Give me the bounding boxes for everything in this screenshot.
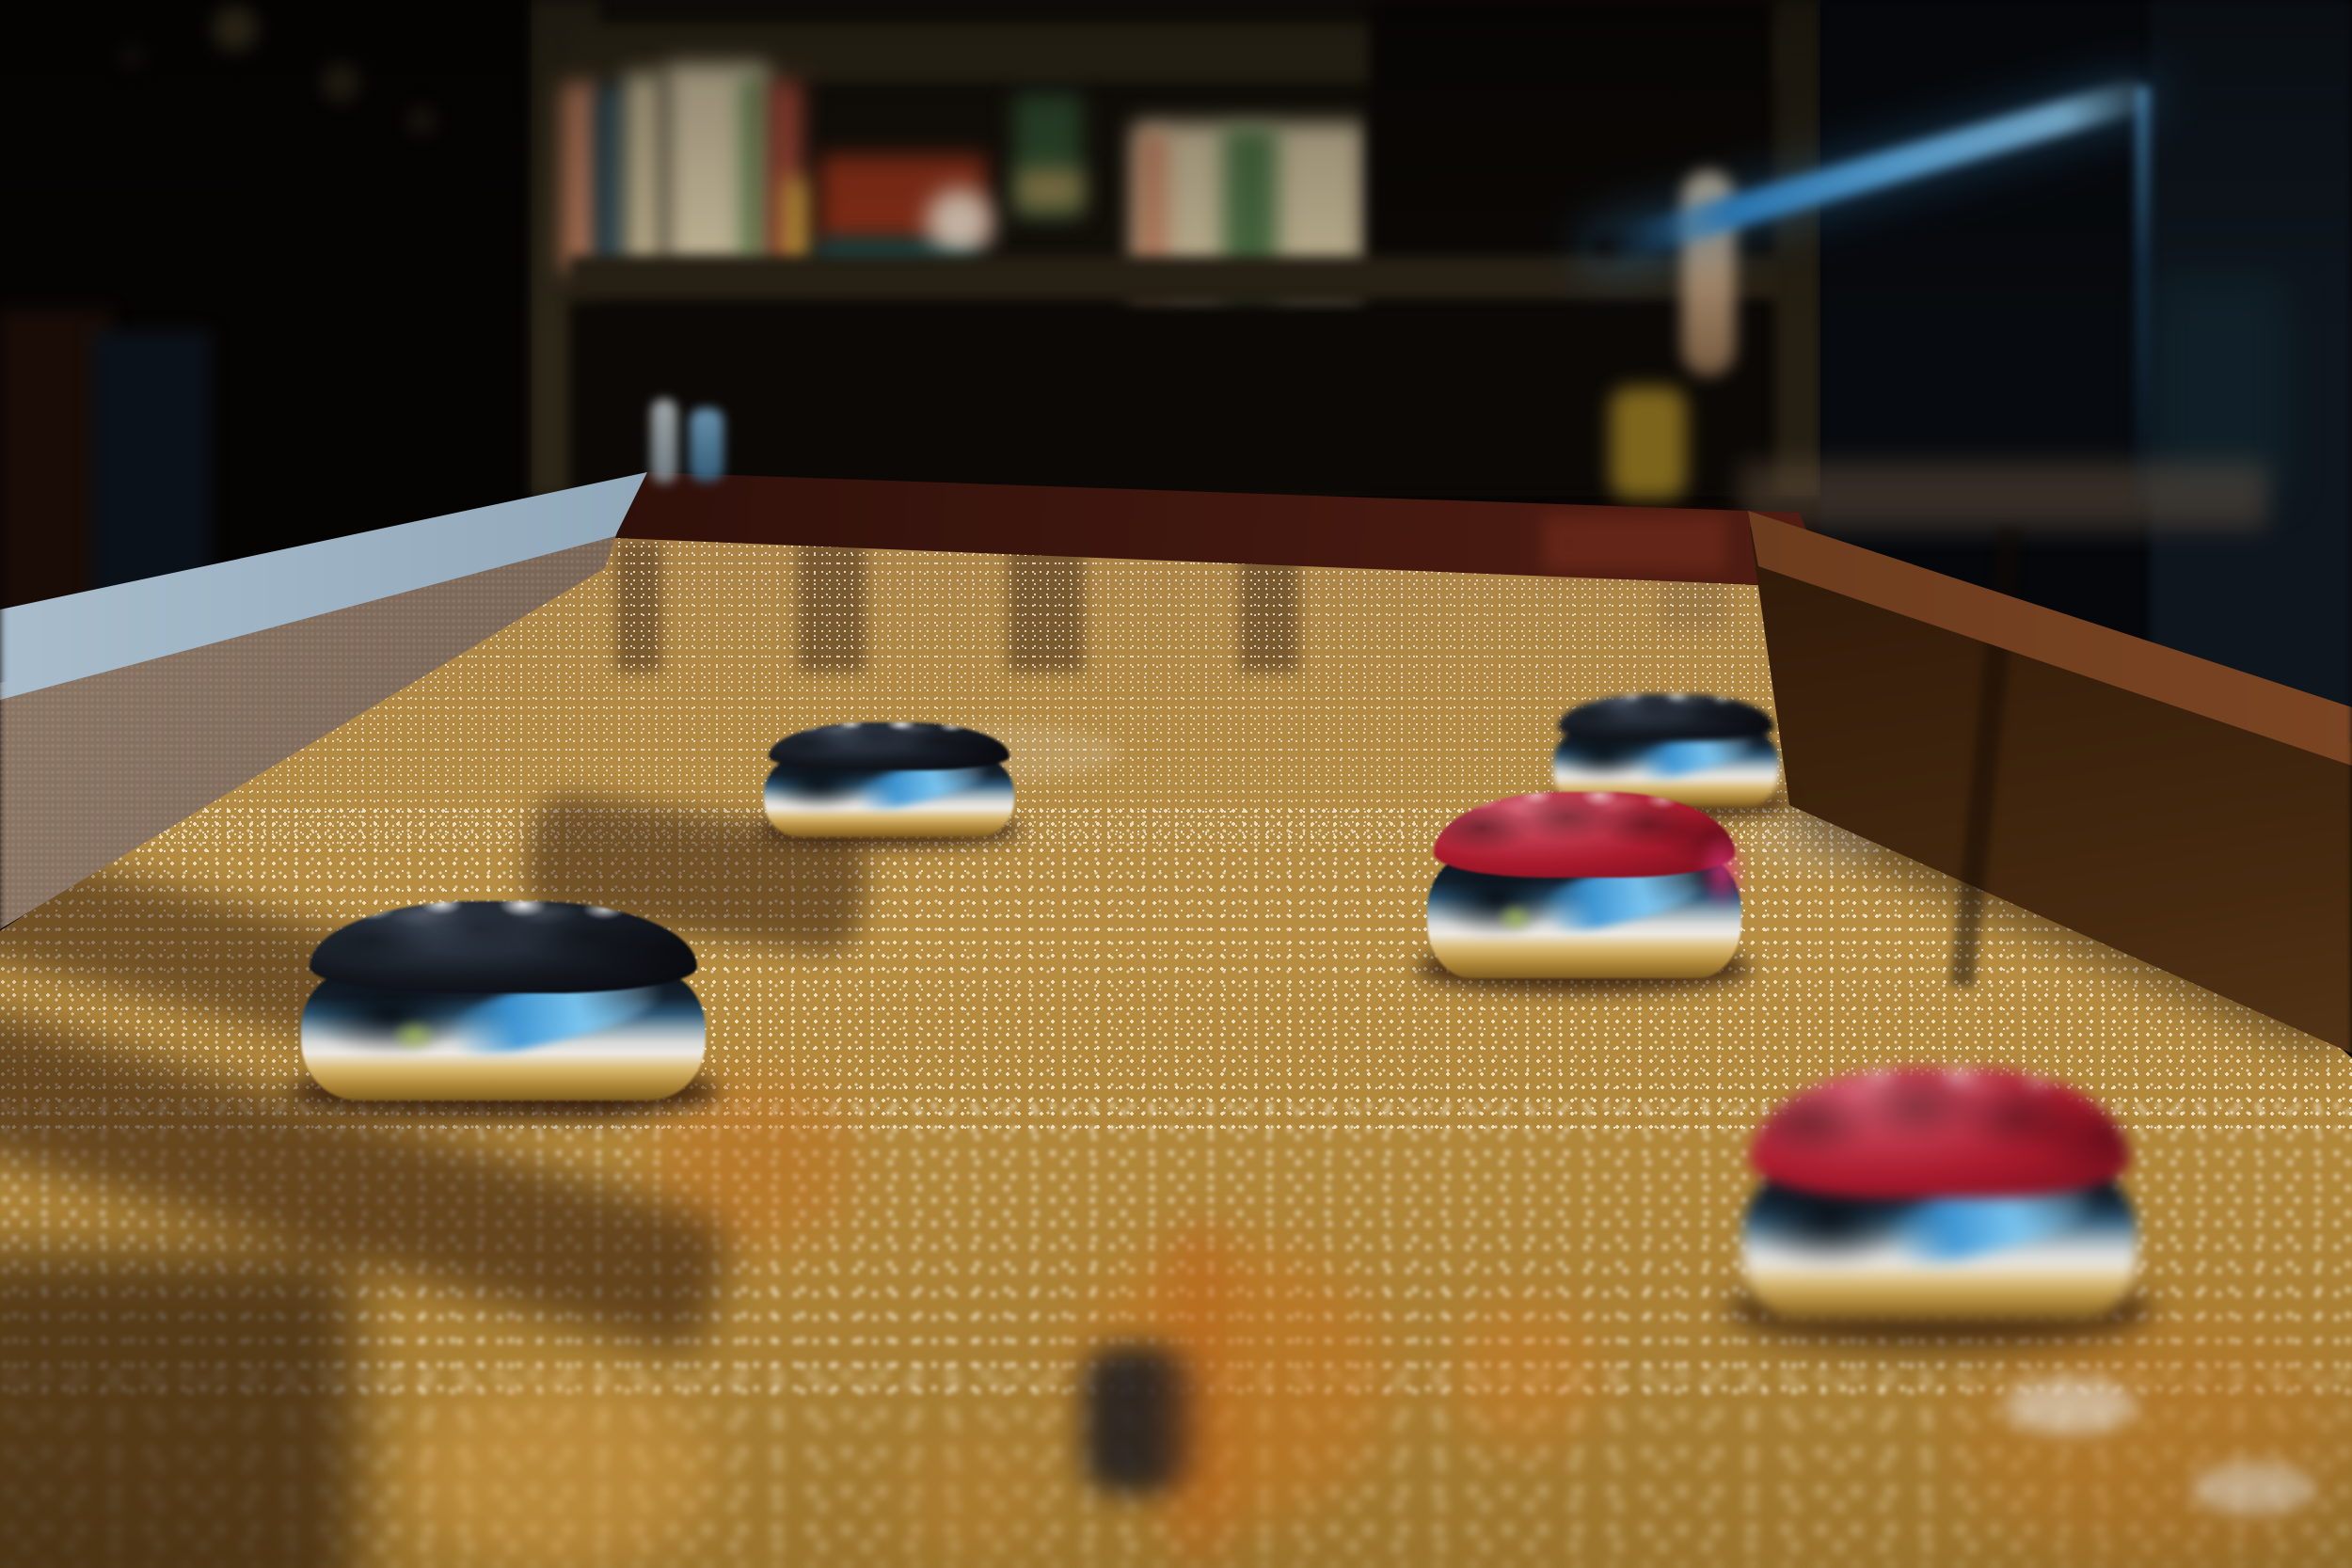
cap-rim-glints	[1750, 1068, 2129, 1198]
shuffleboard-room-photo	[0, 0, 2352, 1568]
shuffleboard-puck-black-1	[301, 901, 706, 1101]
puck-cap-red	[1434, 792, 1736, 878]
shuffleboard-puck-red-1	[1427, 792, 1741, 978]
cap-rim-glints	[1434, 792, 1736, 878]
shuffleboard-puck-black-2	[764, 722, 1014, 837]
shuffleboard-puck-black-3	[1553, 694, 1779, 807]
cap-rim-glints	[769, 722, 1009, 770]
puck-cap-black	[1558, 694, 1774, 741]
puck-cap-red	[1750, 1068, 2129, 1198]
chrome-green-bokeh-reflection	[1496, 902, 1534, 934]
puck-cap-black	[769, 722, 1009, 770]
cap-rim-glints	[310, 901, 698, 993]
shuffleboard-puck-red-2	[1742, 1068, 2137, 1320]
chrome-green-bokeh-reflection	[390, 1019, 439, 1053]
cap-magenta-rim-highlight	[1697, 831, 1747, 912]
puck-layer	[0, 0, 2352, 1568]
cap-rim-glints	[1558, 694, 1774, 741]
puck-cap-black	[310, 901, 698, 993]
